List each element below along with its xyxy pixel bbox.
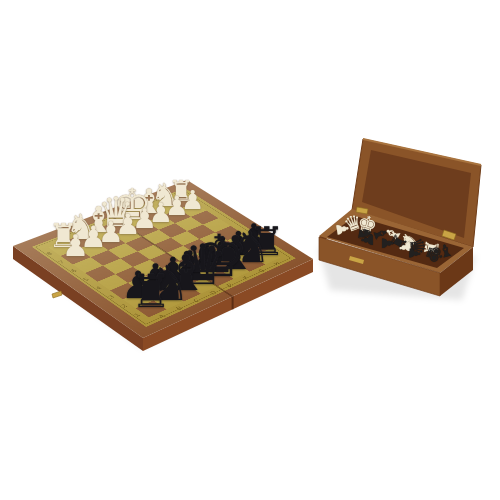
loose-piece-black-pawn[interactable]: ♟ xyxy=(360,233,376,247)
piece-black-rook[interactable]: ♜ xyxy=(131,269,172,314)
chess-set-photo: ABCDEFGH 87654321 ♜♞♝♛♚♝♞♜♟♟♟♟♟♟♟♟♟♟♟♟♟♟… xyxy=(0,0,500,500)
loose-piece-black-pawn[interactable]: ♟ xyxy=(379,236,395,250)
piece-white-pawn[interactable]: ♟ xyxy=(62,230,89,260)
brass-clasp xyxy=(52,291,62,298)
